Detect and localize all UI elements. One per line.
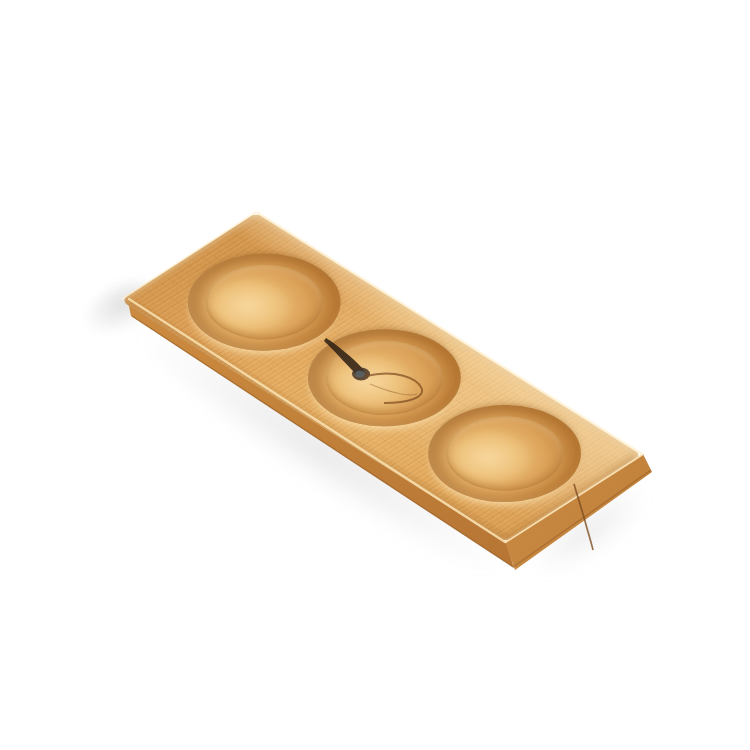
product-photo-scene	[0, 0, 750, 750]
mancala-board	[120, 212, 643, 543]
